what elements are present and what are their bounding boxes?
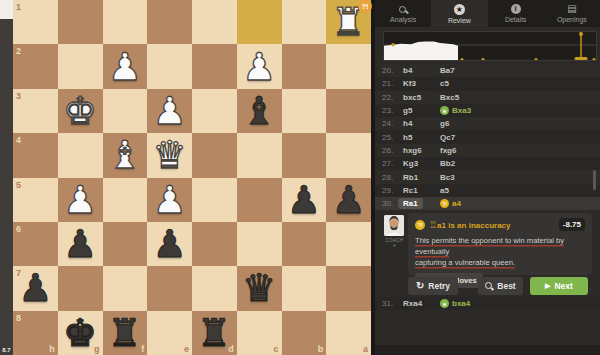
tab-review[interactable]: ★ Review	[431, 0, 487, 27]
black-move-text: Bb2	[440, 159, 455, 168]
square-a1[interactable]: ♜?!	[326, 0, 371, 44]
square-e4[interactable]: ♛	[147, 133, 192, 177]
book-icon: ▤	[567, 4, 576, 14]
black-move-text: fxg6	[440, 146, 456, 155]
square-h4[interactable]: 4	[13, 133, 58, 177]
next-label: Next	[554, 281, 572, 291]
black-move-a4[interactable]: ?!a4	[440, 199, 461, 208]
file-label-a: a	[363, 344, 368, 354]
move-number: 20.	[375, 66, 403, 75]
square-g1[interactable]	[58, 0, 103, 44]
evaluation-graph[interactable]	[383, 31, 597, 61]
retry-icon: ↻	[416, 281, 424, 291]
square-d4[interactable]	[192, 133, 237, 177]
annotation-line1: This permits the opponent to win materia…	[415, 236, 564, 256]
annotation-title: ♖a1 is an inaccuracy	[429, 220, 510, 230]
square-a4[interactable]	[326, 133, 371, 177]
square-a5[interactable]: ♟	[326, 178, 371, 222]
white-move-b4[interactable]: b4	[403, 66, 440, 75]
evaluation-bar-white-portion	[0, 0, 13, 19]
black-move-text: Bxc5	[440, 93, 459, 102]
coach-label: COACH ▾	[384, 238, 405, 248]
black-move-text: Bxa3	[452, 106, 471, 115]
square-a2[interactable]	[326, 44, 371, 88]
square-a8[interactable]: a	[326, 311, 371, 355]
square-a3[interactable]	[326, 89, 371, 133]
best-move-badge-icon: ★	[440, 299, 449, 308]
best-label: Best	[497, 281, 515, 291]
tab-analysis[interactable]: Analysis	[375, 0, 431, 27]
selected-move-chip[interactable]: Ra1	[398, 198, 423, 209]
tab-details-label: Details	[505, 16, 526, 23]
white-move-Ra1[interactable]: Ra1	[403, 199, 440, 208]
white-move-Kg3[interactable]: Kg3	[403, 159, 440, 168]
black-move-g6[interactable]: g6	[440, 119, 449, 128]
square-d5[interactable]	[192, 178, 237, 222]
black-move-a5[interactable]: a5	[440, 186, 449, 195]
rank-label-2: 2	[16, 46, 21, 56]
annotation-header: ?! ♖a1 is an inaccuracy -8.75	[415, 218, 585, 231]
square-g3[interactable]: ♚	[58, 89, 103, 133]
post-move-row: 31.Rxa4★bxa4	[375, 297, 600, 310]
square-a6[interactable]	[326, 222, 371, 266]
evaluation-value: 8.7	[0, 347, 13, 353]
inaccuracy-badge-icon: ?!	[358, 0, 372, 13]
square-e8[interactable]: e	[147, 311, 192, 355]
square-g8[interactable]: g♚	[58, 311, 103, 355]
square-b7[interactable]	[282, 266, 327, 310]
black-move-Bb2[interactable]: Bb2	[440, 159, 455, 168]
move-row-24: 24.h4g6	[375, 117, 600, 130]
file-label-h: h	[49, 344, 55, 354]
annotation-body: This permits the opponent to win materia…	[415, 235, 585, 268]
black-pawn-a5[interactable]: ♟	[326, 178, 371, 222]
rank-label-7: 7	[16, 268, 21, 278]
square-f7[interactable]	[103, 266, 148, 310]
evaluation-score: -8.75	[559, 218, 585, 231]
rank-label-6: 6	[16, 224, 21, 234]
square-h6[interactable]: 6	[13, 222, 58, 266]
white-move-Kf3[interactable]: Kf3	[403, 79, 440, 88]
move-row-25: 25.h5Qc7	[375, 130, 600, 143]
square-d3[interactable]	[192, 89, 237, 133]
square-c8[interactable]: c	[237, 311, 282, 355]
square-e3[interactable]: ♟	[147, 89, 192, 133]
white-pawn-e5[interactable]: ♟	[147, 178, 192, 222]
square-h5[interactable]: 5	[13, 178, 58, 222]
tab-openings[interactable]: ▤ Openings	[544, 0, 600, 27]
white-move-Rb1[interactable]: Rb1	[403, 173, 440, 182]
white-bishop-f4[interactable]: ♝	[103, 133, 148, 177]
square-a7[interactable]	[326, 266, 371, 310]
move-number: 27.	[375, 159, 403, 168]
panel-footer	[375, 345, 600, 355]
white-move-g5[interactable]: g5	[403, 106, 440, 115]
square-g4[interactable]	[58, 133, 103, 177]
black-move-Qc7[interactable]: Qc7	[440, 133, 455, 142]
square-h2[interactable]: 2	[13, 44, 58, 88]
square-f8[interactable]: f♜	[103, 311, 148, 355]
move-number: 26.	[375, 146, 403, 155]
black-move-Bc3[interactable]: Bc3	[440, 173, 455, 182]
retry-label: Retry	[428, 281, 450, 291]
info-icon: i	[511, 4, 521, 14]
annotation-move: a1	[437, 221, 446, 230]
square-g5[interactable]: ♟	[58, 178, 103, 222]
evaluation-graph-svg	[384, 32, 596, 60]
square-f2[interactable]: ♟	[103, 44, 148, 88]
rank-label-4: 4	[16, 135, 21, 145]
rook-figurine-icon: ♖	[429, 220, 437, 230]
square-d8[interactable]: d♜	[192, 311, 237, 355]
square-c2[interactable]: ♟	[237, 44, 282, 88]
square-f5[interactable]	[103, 178, 148, 222]
black-pawn-e6[interactable]: ♟	[147, 222, 192, 266]
square-e2[interactable]	[147, 44, 192, 88]
square-h7[interactable]: 7♟	[13, 266, 58, 310]
square-c4[interactable]	[237, 133, 282, 177]
rank-label-8: 8	[16, 313, 21, 323]
annotation-line2: capturing a vulnerable queen.	[415, 258, 515, 267]
square-b8[interactable]: b	[282, 311, 327, 355]
white-move-h4[interactable]: h4	[403, 119, 440, 128]
square-c3[interactable]: ♝	[237, 89, 282, 133]
square-b2[interactable]	[282, 44, 327, 88]
square-f1[interactable]	[103, 0, 148, 44]
square-e6[interactable]: ♟	[147, 222, 192, 266]
black-move-bxa4[interactable]: ★bxa4	[440, 299, 470, 308]
game-review-app: 8.7 1♜?!2♟♟3♚♟♝4♝♛5♟♟♟♟6♟♟7♟♛8hg♚f♜ed♜cb…	[0, 0, 600, 355]
rank-label-3: 3	[16, 91, 21, 101]
black-move-text: Bc3	[440, 173, 455, 182]
tab-bar: Analysis ★ Review i Details ▤ Openings	[375, 0, 600, 27]
square-g2[interactable]	[58, 44, 103, 88]
square-d6[interactable]	[192, 222, 237, 266]
move-row-27: 27.Kg3Bb2	[375, 157, 600, 170]
square-d2[interactable]	[192, 44, 237, 88]
square-c1[interactable]	[237, 0, 282, 44]
file-label-g: g	[94, 344, 100, 354]
black-move-text: a5	[440, 186, 449, 195]
retry-button[interactable]: ↻ Retry	[408, 277, 458, 295]
move-list: 20.b4Ba721.Kf3c522.bxc5Bxc523.g5★Bxa324.…	[375, 64, 600, 211]
square-c6[interactable]	[237, 222, 282, 266]
black-pawn-b5[interactable]: ♟	[282, 178, 327, 222]
white-pawn-g5[interactable]: ♟	[58, 178, 103, 222]
action-buttons: ↻ Retry Best ▶ Next	[375, 277, 600, 295]
white-move-bxc5[interactable]: bxc5	[403, 93, 440, 102]
annotation-bubble: ?! ♖a1 is an inaccuracy -8.75 This permi…	[408, 213, 592, 275]
square-c7[interactable]: ♛	[237, 266, 282, 310]
black-move-text: bxa4	[452, 299, 470, 308]
square-e7[interactable]	[147, 266, 192, 310]
move-number: 28.	[375, 173, 403, 182]
square-b3[interactable]	[282, 89, 327, 133]
square-b4[interactable]	[282, 133, 327, 177]
tab-details[interactable]: i Details	[488, 0, 544, 27]
chess-board[interactable]: 1♜?!2♟♟3♚♟♝4♝♛5♟♟♟♟6♟♟7♟♛8hg♚f♜ed♜cba	[13, 0, 371, 355]
move-row-23: 23.g5★Bxa3	[375, 104, 600, 117]
black-move-Bxa3[interactable]: ★Bxa3	[440, 106, 471, 115]
move-number: 29.	[375, 186, 403, 195]
review-panel: Analysis ★ Review i Details ▤ Openings 2…	[375, 0, 600, 355]
white-pawn-c2[interactable]: ♟	[237, 44, 282, 88]
best-move-badge-icon: ★	[440, 106, 449, 115]
square-f4[interactable]: ♝	[103, 133, 148, 177]
move-row-20: 20.b4Ba7	[375, 64, 600, 77]
move-row-28: 28.Rb1Bc3	[375, 170, 600, 183]
white-queen-e4[interactable]: ♛	[147, 133, 192, 177]
square-h3[interactable]: 3	[13, 89, 58, 133]
white-pawn-e3[interactable]: ♟	[147, 89, 192, 133]
move-number: 23.	[375, 106, 403, 115]
square-b5[interactable]: ♟	[282, 178, 327, 222]
file-label-b: b	[318, 344, 324, 354]
white-move-hxg6[interactable]: hxg6	[403, 146, 440, 155]
square-f6[interactable]	[103, 222, 148, 266]
inaccuracy-move-badge-icon: ?!	[440, 199, 449, 208]
tab-review-label: Review	[448, 17, 471, 24]
move-row-29: 29.Rc1a5	[375, 184, 600, 197]
file-label-f: f	[141, 344, 144, 354]
white-move-Rc1[interactable]: Rc1	[403, 186, 440, 195]
move-row-30: 30.Ra1?!a4	[375, 197, 600, 210]
white-move-Rxa4[interactable]: Rxa4	[403, 299, 440, 308]
square-g6[interactable]: ♟	[58, 222, 103, 266]
square-h1[interactable]: 1	[13, 0, 58, 44]
black-move-Bxc5[interactable]: Bxc5	[440, 93, 459, 102]
magnifier-icon	[399, 6, 407, 14]
move-row-21: 21.Kf3c5	[375, 77, 600, 90]
tab-openings-label: Openings	[557, 16, 587, 23]
coach-widget[interactable]: COACH ▾	[384, 215, 405, 248]
move-annotation: COACH ▾ ?! ♖a1 is an inaccuracy -8.75 Th…	[375, 213, 600, 275]
move-number: 22.	[375, 93, 403, 102]
tab-analysis-label: Analysis	[390, 16, 416, 23]
square-d7[interactable]	[192, 266, 237, 310]
file-label-d: d	[228, 344, 234, 354]
next-button[interactable]: ▶ Next	[530, 277, 588, 295]
move-number: 21.	[375, 79, 403, 88]
rank-label-5: 5	[16, 180, 21, 190]
best-button[interactable]: Best	[478, 277, 523, 295]
move-row-26: 26.hxg6fxg6	[375, 144, 600, 157]
move-list-scrollbar[interactable]	[593, 170, 596, 190]
annotation-title-rest: is an inaccuracy	[448, 221, 510, 230]
inaccuracy-badge-icon: ?!	[415, 220, 425, 230]
black-move-text: c5	[440, 79, 449, 88]
file-label-e: e	[184, 344, 189, 354]
magnifier-icon	[485, 282, 493, 290]
black-move-text: Ba7	[440, 66, 455, 75]
move-number: 24.	[375, 119, 403, 128]
square-f3[interactable]	[103, 89, 148, 133]
rank-label-1: 1	[16, 2, 21, 12]
square-h8[interactable]: 8h	[13, 311, 58, 355]
square-e1[interactable]	[147, 0, 192, 44]
square-b1[interactable]	[282, 0, 327, 44]
square-e5[interactable]: ♟	[147, 178, 192, 222]
black-bishop-c3[interactable]: ♝	[237, 89, 282, 133]
white-move-h5[interactable]: h5	[403, 133, 440, 142]
square-c5[interactable]	[237, 178, 282, 222]
black-move-fxg6[interactable]: fxg6	[440, 146, 456, 155]
file-label-c: c	[273, 344, 278, 354]
black-move-c5[interactable]: c5	[440, 79, 449, 88]
square-d1[interactable]	[192, 0, 237, 44]
move-number: 31.	[375, 299, 403, 308]
white-king-g3[interactable]: ♚	[58, 89, 103, 133]
black-move-text: a4	[452, 199, 461, 208]
star-icon: ★	[454, 4, 465, 15]
black-move-Ba7[interactable]: Ba7	[440, 66, 455, 75]
black-move-text: Qc7	[440, 133, 455, 142]
move-row-22: 22.bxc5Bxc5	[375, 91, 600, 104]
evaluation-bar: 8.7	[0, 0, 13, 355]
black-move-text: g6	[440, 119, 449, 128]
black-pawn-g6[interactable]: ♟	[58, 222, 103, 266]
coach-avatar	[384, 215, 404, 236]
black-queen-c7[interactable]: ♛	[237, 266, 282, 310]
move-row-31: 31.Rxa4★bxa4	[375, 297, 600, 310]
white-pawn-f2[interactable]: ♟	[103, 44, 148, 88]
square-b6[interactable]	[282, 222, 327, 266]
square-g7[interactable]	[58, 266, 103, 310]
arrow-right-icon: ▶	[545, 282, 550, 290]
move-number: 25.	[375, 133, 403, 142]
